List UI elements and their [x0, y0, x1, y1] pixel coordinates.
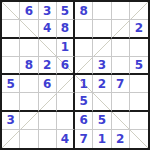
cell-r4c2-given[interactable]: 8	[20, 57, 38, 75]
cell-r5c6-given[interactable]: 2	[93, 75, 111, 93]
cell-r5c8-empty[interactable]	[130, 75, 148, 93]
cell-r2c8-given[interactable]: 2	[130, 20, 148, 38]
cell-r2c2-empty[interactable]	[20, 20, 38, 38]
cell-r6c7-empty[interactable]	[112, 93, 130, 111]
cell-r7c7-empty[interactable]	[112, 112, 130, 130]
cell-r4c1-empty[interactable]	[2, 57, 20, 75]
cell-r8c7-given[interactable]: 2	[112, 130, 130, 148]
cell-r5c7-given[interactable]: 7	[112, 75, 130, 93]
cell-r3c8-empty[interactable]	[130, 39, 148, 57]
cell-r1c2-given[interactable]: 6	[20, 2, 38, 20]
cell-r8c5-given[interactable]: 7	[75, 130, 93, 148]
cell-r2c6-empty[interactable]	[93, 20, 111, 38]
cell-r2c3-given[interactable]: 4	[39, 20, 57, 38]
cell-r3c1-empty[interactable]	[2, 39, 20, 57]
cell-r2c4-given[interactable]: 8	[57, 20, 75, 38]
cell-r5c1-given[interactable]: 5	[2, 75, 20, 93]
cell-r1c4-given[interactable]: 5	[57, 2, 75, 20]
cell-r6c1-empty[interactable]	[2, 93, 20, 111]
cell-r1c5-given[interactable]: 8	[75, 2, 93, 20]
cell-r5c3-given[interactable]: 6	[39, 75, 57, 93]
cell-r5c5-given[interactable]: 1	[75, 75, 93, 93]
cell-r6c5-given[interactable]: 5	[75, 93, 93, 111]
cell-r2c7-empty[interactable]	[112, 20, 130, 38]
cell-r7c2-empty[interactable]	[20, 112, 38, 130]
cell-r4c5-empty[interactable]	[75, 57, 93, 75]
cell-r7c5-given[interactable]: 6	[75, 112, 93, 130]
cell-r6c2-empty[interactable]	[20, 93, 38, 111]
cell-r8c2-empty[interactable]	[20, 130, 38, 148]
cell-r3c7-empty[interactable]	[112, 39, 130, 57]
cell-r4c4-given[interactable]: 6	[57, 57, 75, 75]
cell-r6c6-empty[interactable]	[93, 93, 111, 111]
cell-r8c6-given[interactable]: 1	[93, 130, 111, 148]
cell-r1c6-empty[interactable]	[93, 2, 111, 20]
cell-r7c3-empty[interactable]	[39, 112, 57, 130]
cell-r4c6-given[interactable]: 3	[93, 57, 111, 75]
cell-r5c2-empty[interactable]	[20, 75, 38, 93]
cell-r3c5-empty[interactable]	[75, 39, 93, 57]
cell-r7c8-empty[interactable]	[130, 112, 148, 130]
cell-r1c8-empty[interactable]	[130, 2, 148, 20]
cell-r7c4-empty[interactable]	[57, 112, 75, 130]
cell-r7c1-given[interactable]: 3	[2, 112, 20, 130]
cell-r1c1-empty[interactable]	[2, 2, 20, 20]
sudoku-board: 63584821826355612753654712	[0, 0, 150, 150]
cell-r3c6-empty[interactable]	[93, 39, 111, 57]
cell-r1c7-empty[interactable]	[112, 2, 130, 20]
cell-r8c4-given[interactable]: 4	[57, 130, 75, 148]
cell-r3c3-empty[interactable]	[39, 39, 57, 57]
cell-r6c4-empty[interactable]	[57, 93, 75, 111]
cell-r7c6-given[interactable]: 5	[93, 112, 111, 130]
cell-r2c5-empty[interactable]	[75, 20, 93, 38]
cell-r4c8-given[interactable]: 5	[130, 57, 148, 75]
cell-r4c3-given[interactable]: 2	[39, 57, 57, 75]
cell-r8c8-empty[interactable]	[130, 130, 148, 148]
cell-r8c3-empty[interactable]	[39, 130, 57, 148]
cell-r5c4-empty[interactable]	[57, 75, 75, 93]
cell-r3c4-given[interactable]: 1	[57, 39, 75, 57]
cells-layer: 63584821826355612753654712	[2, 2, 148, 148]
cell-r1c3-given[interactable]: 3	[39, 2, 57, 20]
cell-r6c3-empty[interactable]	[39, 93, 57, 111]
cell-r4c7-empty[interactable]	[112, 57, 130, 75]
cell-r6c8-empty[interactable]	[130, 93, 148, 111]
cell-r8c1-empty[interactable]	[2, 130, 20, 148]
cell-r2c1-empty[interactable]	[2, 20, 20, 38]
cell-r3c2-empty[interactable]	[20, 39, 38, 57]
